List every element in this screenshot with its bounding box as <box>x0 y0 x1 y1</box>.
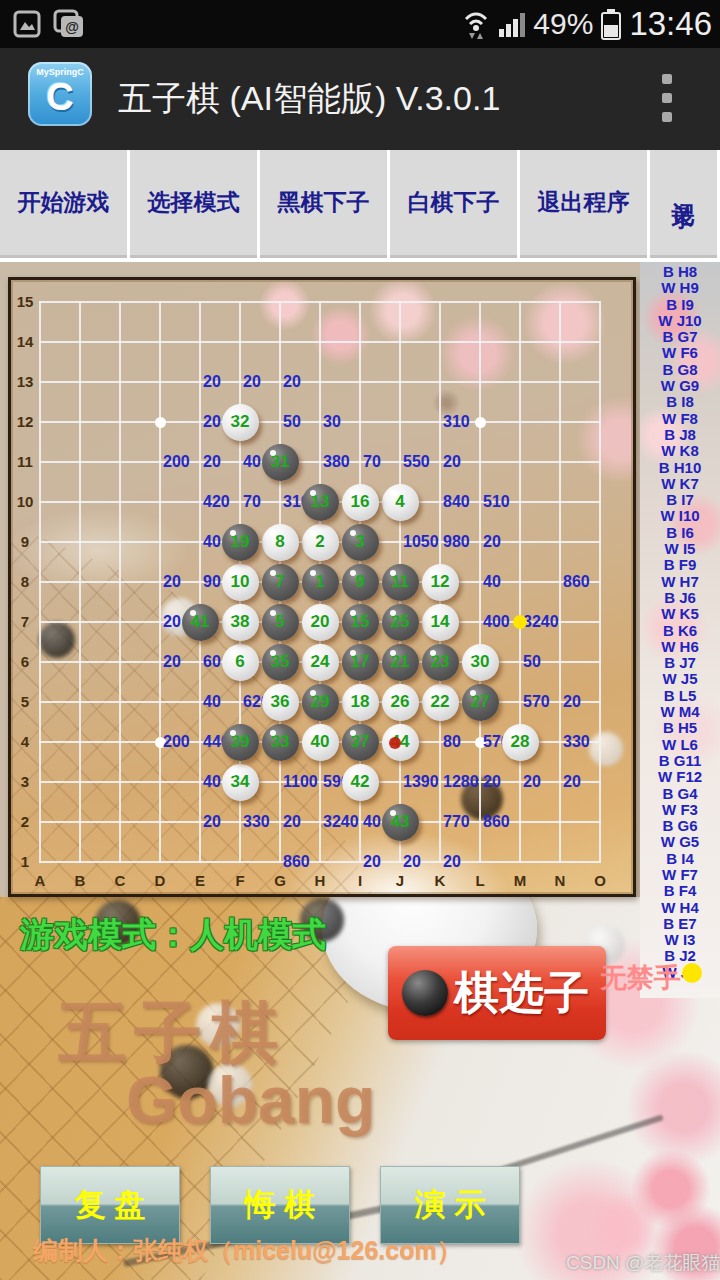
score-k12: 310 <box>443 413 470 431</box>
score-g1: 860 <box>283 853 310 871</box>
stone-j4[interactable]: 44 <box>382 724 419 761</box>
score-n3: 20 <box>563 773 581 791</box>
star-point-d12 <box>155 417 166 428</box>
score-j1: 20 <box>403 853 421 871</box>
replay-button[interactable]: 复 盘 <box>40 1166 180 1244</box>
move-item-24: W H6 <box>640 639 720 655</box>
chevron-down-icon: v <box>678 197 689 223</box>
move-item-33: B G4 <box>640 786 720 802</box>
score-k3: 1280 <box>443 773 479 791</box>
stone-i7[interactable]: 15 <box>342 604 379 641</box>
score-h2: 3240 <box>323 813 359 831</box>
stone-l5[interactable]: 27 <box>462 684 499 721</box>
stone-g8[interactable]: 7 <box>262 564 299 601</box>
stone-k7[interactable]: 14 <box>422 604 459 641</box>
move-item-27: B L5 <box>640 688 720 704</box>
stone-i5[interactable]: 18 <box>342 684 379 721</box>
score-f10: 70 <box>243 493 261 511</box>
stone-g9[interactable]: 8 <box>262 524 299 561</box>
move-item-11: B J8 <box>640 427 720 443</box>
move-item-25: B J7 <box>640 655 720 671</box>
score-e9: 40 <box>203 533 221 551</box>
stone-k5[interactable]: 22 <box>422 684 459 721</box>
move-item-12: W K8 <box>640 443 720 459</box>
row-label-5: 5 <box>12 694 38 710</box>
move-item-38: W F7 <box>640 867 720 883</box>
row-label-3: 3 <box>12 774 38 790</box>
stone-h7[interactable]: 20 <box>302 604 339 641</box>
score-l10: 510 <box>483 493 510 511</box>
status-bar: @ 49% 13:46 <box>0 0 720 48</box>
select-mode-button[interactable]: 选择模式 <box>130 150 257 258</box>
col-label-f: F <box>227 872 253 890</box>
score-h12: 30 <box>323 413 341 431</box>
score-g3: 1100 <box>283 773 318 791</box>
wifi-icon <box>461 7 491 41</box>
notification-icons: @ <box>12 8 86 40</box>
row-label-12: 12 <box>12 414 38 430</box>
move-item-32: W F12 <box>640 769 720 785</box>
app-title: 五子棋 (AI智能版) V.3.0.1 <box>118 76 500 122</box>
score-n8: 860 <box>563 573 590 591</box>
move-item-31: B G11 <box>640 753 720 769</box>
undo-button[interactable]: 悔 棋 <box>210 1166 350 1244</box>
stone-select-label: 棋选子 <box>454 963 589 1023</box>
row-label-11: 11 <box>12 454 38 470</box>
score-e6: 60 <box>203 653 221 671</box>
move-item-6: W F6 <box>640 345 720 361</box>
score-e8: 90 <box>203 573 221 591</box>
move-item-34: W F3 <box>640 802 720 818</box>
score-e3: 40 <box>203 773 221 791</box>
signal-icon <box>498 9 526 39</box>
csdn-watermark: CSDN @老花眼猫 <box>566 1250 720 1276</box>
move-item-18: W I5 <box>640 541 720 557</box>
watermark-english: Gobang <box>126 1062 375 1138</box>
col-label-i: I <box>347 872 373 890</box>
score-e10: 420 <box>203 493 230 511</box>
move-item-39: B F4 <box>640 883 720 899</box>
stone-i6[interactable]: 17 <box>342 644 379 681</box>
stone-g11[interactable]: 31 <box>262 444 299 481</box>
row-label-13: 13 <box>12 374 38 390</box>
col-label-l: L <box>467 872 493 890</box>
move-item-14: W K7 <box>640 476 720 492</box>
move-item-37: B I4 <box>640 851 720 867</box>
stone-i8[interactable]: 9 <box>342 564 379 601</box>
no-forbidden-rule-label: 无禁手 <box>600 960 681 996</box>
stone-f12[interactable]: 32 <box>222 404 259 441</box>
battery-icon <box>600 7 622 41</box>
stone-f3[interactable]: 34 <box>222 764 259 801</box>
stone-g5[interactable]: 36 <box>262 684 299 721</box>
move-item-21: B J6 <box>640 590 720 606</box>
row-label-7: 7 <box>12 614 38 630</box>
move-item-28: W M4 <box>640 704 720 720</box>
stone-select-button[interactable]: 棋选子 <box>388 946 606 1040</box>
move-item-15: B I7 <box>640 492 720 508</box>
stone-j8[interactable]: 11 <box>382 564 419 601</box>
score-j3: 1390 <box>403 773 439 791</box>
stone-g7[interactable]: 5 <box>262 604 299 641</box>
col-label-n: N <box>547 872 573 890</box>
stone-m4[interactable]: 28 <box>502 724 539 761</box>
stone-h6[interactable]: 24 <box>302 644 339 681</box>
stone-i9[interactable]: 3 <box>342 524 379 561</box>
col-label-b: B <box>67 872 93 890</box>
stone-h10[interactable]: 13 <box>302 484 339 521</box>
demo-button[interactable]: 演 示 <box>380 1166 520 1244</box>
stone-k8[interactable]: 12 <box>422 564 459 601</box>
score-n5: 20 <box>563 693 581 711</box>
move-item-7: B G8 <box>640 362 720 378</box>
stone-i3[interactable]: 42 <box>342 764 379 801</box>
move-item-13: B H10 <box>640 460 720 476</box>
stone-g6[interactable]: 35 <box>262 644 299 681</box>
stone-h8[interactable]: 1 <box>302 564 339 601</box>
col-label-k: K <box>427 872 453 890</box>
move-item-36: W G5 <box>640 834 720 850</box>
move-item-4: W J10 <box>640 313 720 329</box>
black-stone-icon <box>402 970 448 1016</box>
row-label-4: 4 <box>12 734 38 750</box>
score-e12: 20 <box>203 413 221 431</box>
score-f11: 40 <box>243 453 261 471</box>
black-move-button[interactable]: 黑棋下子 <box>260 150 387 258</box>
record-button[interactable]: 记录 v <box>650 150 717 258</box>
row-label-10: 10 <box>12 494 38 510</box>
stone-h9[interactable]: 2 <box>302 524 339 561</box>
score-j9: 1050 <box>403 533 439 551</box>
move-item-42: W I3 <box>640 932 720 948</box>
score-d6: 20 <box>163 653 181 671</box>
game-mode-label: 游戏模式：人机模式 <box>20 912 326 958</box>
score-e2: 20 <box>203 813 221 831</box>
board-layer: 151413121110987654321ABCDEFGHIJKLMNO2020… <box>11 280 633 894</box>
score-k10: 840 <box>443 493 470 511</box>
exit-button[interactable]: 退出程序 <box>520 150 647 258</box>
score-d4: 200 <box>163 733 190 751</box>
move-item-19: B F9 <box>640 557 720 573</box>
score-k4: 80 <box>443 733 461 751</box>
score-m6: 50 <box>523 653 541 671</box>
screenshot-icon <box>12 8 42 40</box>
col-label-m: M <box>507 872 533 890</box>
row-label-2: 2 <box>12 814 38 830</box>
col-label-c: C <box>107 872 133 890</box>
move-item-22: W K5 <box>640 606 720 622</box>
record-label: 记录 <box>671 183 697 195</box>
stone-h5[interactable]: 29 <box>302 684 339 721</box>
col-label-j: J <box>387 872 413 890</box>
score-k9: 980 <box>443 533 470 551</box>
score-j11: 550 <box>403 453 430 471</box>
author-credit: 编制人：张纯权（micelu@126.com） <box>33 1234 462 1267</box>
stone-i4[interactable]: 37 <box>342 724 379 761</box>
stone-f9[interactable]: 19 <box>222 524 259 561</box>
score-k11: 20 <box>443 453 461 471</box>
score-d7: 20 <box>163 613 181 631</box>
stone-f4[interactable]: 39 <box>222 724 259 761</box>
move-item-17: B I6 <box>640 525 720 541</box>
score-e13: 20 <box>203 373 221 391</box>
score-i2: 40 <box>363 813 381 831</box>
score-l8: 40 <box>483 573 501 591</box>
row-label-9: 9 <box>12 534 38 550</box>
star-point-l12 <box>475 417 486 428</box>
stone-h4[interactable]: 40 <box>302 724 339 761</box>
col-label-d: D <box>147 872 173 890</box>
svg-text:@: @ <box>65 19 79 35</box>
move-item-1: B H8 <box>640 264 720 280</box>
score-m3: 20 <box>523 773 541 791</box>
stone-j5[interactable]: 26 <box>382 684 419 721</box>
col-label-h: H <box>307 872 333 890</box>
move-list: B H8W H9B I9W J10B G7W F6B G8W G9B I8W F… <box>640 264 720 981</box>
stone-f6[interactable]: 6 <box>222 644 259 681</box>
stone-l6[interactable]: 30 <box>462 644 499 681</box>
score-e11: 20 <box>203 453 221 471</box>
overflow-menu-icon[interactable] <box>662 74 672 122</box>
row-label-1: 1 <box>12 854 38 870</box>
stone-g4[interactable]: 33 <box>262 724 299 761</box>
score-d8: 20 <box>163 573 181 591</box>
white-move-button[interactable]: 白棋下子 <box>390 150 517 258</box>
stone-j10[interactable]: 4 <box>382 484 419 521</box>
stone-j6[interactable]: 21 <box>382 644 419 681</box>
score-l7: 400 <box>483 613 510 631</box>
move-item-8: W G9 <box>640 378 720 394</box>
score-g2: 20 <box>283 813 301 831</box>
score-i1: 20 <box>363 853 381 871</box>
move-item-2: W H9 <box>640 280 720 296</box>
last-move-marker <box>389 737 401 749</box>
move-list-panel: B H8W H9B I9W J10B G7W F6B G8W G9B I8W F… <box>640 258 720 998</box>
score-k1: 20 <box>443 853 461 871</box>
move-item-23: B K6 <box>640 623 720 639</box>
stone-i10[interactable]: 16 <box>342 484 379 521</box>
score-g12: 50 <box>283 413 301 431</box>
score-h11: 380 <box>323 453 350 471</box>
move-item-10: W F8 <box>640 411 720 427</box>
app-icon: MySpringC C <box>28 62 92 126</box>
email-notification-icon: @ <box>52 8 86 40</box>
stone-j7[interactable]: 25 <box>382 604 419 641</box>
app-icon-letter: C <box>46 77 73 117</box>
move-item-9: B I8 <box>640 394 720 410</box>
start-game-button[interactable]: 开始游戏 <box>0 150 127 258</box>
move-item-26: W J5 <box>640 671 720 687</box>
stone-f8[interactable]: 10 <box>222 564 259 601</box>
row-label-14: 14 <box>12 334 38 350</box>
move-item-5: B G7 <box>640 329 720 345</box>
score-l3: 20 <box>483 773 501 791</box>
score-n4: 330 <box>563 733 590 751</box>
move-item-30: W L6 <box>640 737 720 753</box>
score-e5: 40 <box>203 693 221 711</box>
stone-e7[interactable]: 41 <box>182 604 219 641</box>
move-item-40: W H4 <box>640 900 720 916</box>
phone-screen: @ 49% 13:46 <box>0 0 720 1280</box>
score-f13: 20 <box>243 373 261 391</box>
col-label-e: E <box>187 872 213 890</box>
score-l2: 860 <box>483 813 510 831</box>
clock: 13:46 <box>629 5 712 43</box>
menu-bar: 开始游戏 选择模式 黑棋下子 白棋下子 退出程序 记录 v <box>0 150 720 262</box>
move-item-29: B H5 <box>640 720 720 736</box>
battery-percent: 49% <box>533 7 593 41</box>
col-label-g: G <box>267 872 293 890</box>
move-item-3: B I9 <box>640 297 720 313</box>
move-item-35: B G6 <box>640 818 720 834</box>
score-l9: 20 <box>483 533 501 551</box>
row-label-6: 6 <box>12 654 38 670</box>
gomoku-board[interactable]: 151413121110987654321ABCDEFGHIJKLMNO2020… <box>8 277 636 897</box>
yellow-mark-m7 <box>513 615 527 629</box>
stone-j2[interactable]: 43 <box>382 804 419 841</box>
score-d11: 200 <box>163 453 190 471</box>
move-item-16: W I10 <box>640 508 720 524</box>
score-f2: 330 <box>243 813 270 831</box>
row-label-8: 8 <box>12 574 38 590</box>
yellow-dot-icon <box>682 963 702 983</box>
stone-f7[interactable]: 38 <box>222 604 259 641</box>
score-m5: 570 <box>523 693 550 711</box>
row-label-15: 15 <box>12 294 38 310</box>
score-i11: 70 <box>363 453 381 471</box>
move-item-41: B E7 <box>640 916 720 932</box>
title-bar: MySpringC C 五子棋 (AI智能版) V.3.0.1 <box>0 48 720 150</box>
move-item-20: W H7 <box>640 574 720 590</box>
stone-k6[interactable]: 23 <box>422 644 459 681</box>
col-label-a: A <box>27 872 53 890</box>
score-m7: 3240 <box>523 613 559 631</box>
score-g13: 20 <box>283 373 301 391</box>
col-label-o: O <box>587 872 613 890</box>
score-k2: 770 <box>443 813 470 831</box>
